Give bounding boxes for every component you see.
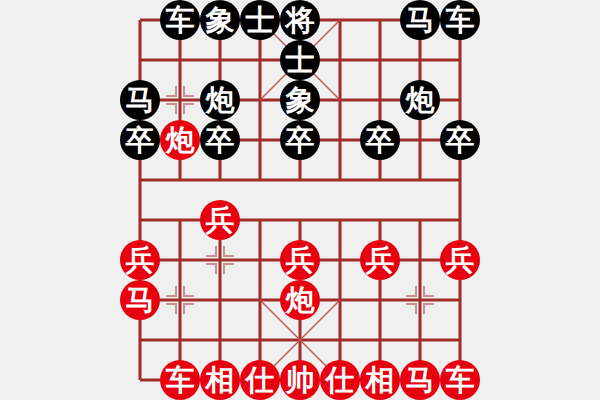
black-chariot[interactable]: 车	[440, 0, 480, 40]
piece-glyph: 仕	[320, 360, 360, 400]
black-cannon[interactable]: 炮	[400, 80, 440, 120]
piece-glyph: 车	[160, 360, 200, 400]
piece-glyph: 相	[360, 360, 400, 400]
piece-glyph: 卒	[360, 120, 400, 160]
red-soldier[interactable]: 兵	[360, 240, 400, 280]
piece-glyph: 兵	[440, 240, 480, 280]
piece-glyph: 卒	[120, 120, 160, 160]
point-marker-brackets	[406, 286, 434, 314]
piece-glyph: 车	[440, 0, 480, 40]
red-soldier[interactable]: 兵	[200, 200, 240, 240]
piece-glyph: 象	[200, 0, 240, 40]
piece-glyph: 仕	[240, 360, 280, 400]
point-marker-brackets	[166, 286, 194, 314]
black-horse[interactable]: 马	[120, 80, 160, 120]
black-advisor[interactable]: 士	[280, 40, 320, 80]
piece-glyph: 炮	[400, 80, 440, 120]
piece-glyph: 车	[160, 0, 200, 40]
red-advisor[interactable]: 仕	[320, 360, 360, 400]
piece-glyph: 卒	[280, 120, 320, 160]
red-chariot[interactable]: 车	[440, 360, 480, 400]
piece-glyph: 马	[120, 80, 160, 120]
xiangqi-board: 车象士将马车士马炮象炮卒炮卒卒卒卒兵兵兵兵兵马炮车相仕帅仕相马车	[0, 0, 600, 400]
black-advisor[interactable]: 士	[240, 0, 280, 40]
board-intersections: 车象士将马车士马炮象炮卒炮卒卒卒卒兵兵兵兵兵马炮车相仕帅仕相马车	[120, 0, 480, 400]
piece-glyph: 兵	[360, 240, 400, 280]
red-cannon[interactable]: 炮	[280, 280, 320, 320]
empty-point-marker	[160, 80, 200, 120]
piece-glyph: 卒	[200, 120, 240, 160]
empty-point-marker	[200, 240, 240, 280]
piece-glyph: 车	[440, 360, 480, 400]
piece-glyph: 帅	[280, 360, 320, 400]
black-elephant[interactable]: 象	[280, 80, 320, 120]
black-soldier[interactable]: 卒	[440, 120, 480, 160]
piece-glyph: 兵	[280, 240, 320, 280]
piece-glyph: 士	[240, 0, 280, 40]
black-general[interactable]: 将	[280, 0, 320, 40]
black-soldier[interactable]: 卒	[200, 120, 240, 160]
empty-point-marker	[400, 280, 440, 320]
piece-glyph: 相	[200, 360, 240, 400]
red-elephant[interactable]: 相	[200, 360, 240, 400]
black-soldier[interactable]: 卒	[120, 120, 160, 160]
piece-glyph: 马	[120, 280, 160, 320]
black-soldier[interactable]: 卒	[360, 120, 400, 160]
black-horse[interactable]: 马	[400, 0, 440, 40]
black-chariot[interactable]: 车	[160, 0, 200, 40]
black-soldier[interactable]: 卒	[280, 120, 320, 160]
piece-glyph: 兵	[200, 200, 240, 240]
red-horse[interactable]: 马	[120, 280, 160, 320]
piece-glyph: 炮	[160, 120, 200, 160]
piece-glyph: 炮	[200, 80, 240, 120]
point-marker-brackets	[206, 246, 234, 274]
red-elephant[interactable]: 相	[360, 360, 400, 400]
piece-glyph: 炮	[280, 280, 320, 320]
red-cannon[interactable]: 炮	[160, 120, 200, 160]
black-elephant[interactable]: 象	[200, 0, 240, 40]
red-advisor[interactable]: 仕	[240, 360, 280, 400]
red-soldier[interactable]: 兵	[440, 240, 480, 280]
red-soldier[interactable]: 兵	[120, 240, 160, 280]
red-soldier[interactable]: 兵	[280, 240, 320, 280]
piece-glyph: 士	[280, 40, 320, 80]
red-general[interactable]: 帅	[280, 360, 320, 400]
piece-glyph: 兵	[120, 240, 160, 280]
point-marker-brackets	[166, 86, 194, 114]
red-horse[interactable]: 马	[400, 360, 440, 400]
piece-glyph: 马	[400, 360, 440, 400]
piece-glyph: 马	[400, 0, 440, 40]
piece-glyph: 将	[280, 0, 320, 40]
piece-glyph: 卒	[440, 120, 480, 160]
black-cannon[interactable]: 炮	[200, 80, 240, 120]
piece-glyph: 象	[280, 80, 320, 120]
empty-point-marker	[160, 280, 200, 320]
red-chariot[interactable]: 车	[160, 360, 200, 400]
